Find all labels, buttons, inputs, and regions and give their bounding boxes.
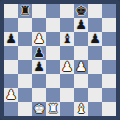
black-king[interactable]: ♚ [75,4,87,18]
square-b7[interactable] [18,18,32,32]
square-f2[interactable] [74,88,88,102]
square-b3[interactable] [18,74,32,88]
square-d6[interactable] [46,32,60,46]
square-h7[interactable] [102,18,116,32]
square-f1[interactable]: ♝ [74,102,88,116]
square-c2[interactable] [32,88,46,102]
square-b8[interactable]: ♜ [18,4,32,18]
square-d8[interactable] [46,4,60,18]
square-d7[interactable] [46,18,60,32]
white-pawn[interactable]: ♟ [33,32,45,46]
square-d3[interactable] [46,74,60,88]
square-d1[interactable]: ♜ [46,102,60,116]
board-frame: ♜♚♟♟♟♝♟♟♟♟♟♟♚♜♝ [0,0,120,120]
square-e7[interactable] [60,18,74,32]
square-c6[interactable]: ♟ [32,32,46,46]
white-bishop[interactable]: ♝ [75,102,87,116]
square-e3[interactable] [60,74,74,88]
square-a6[interactable]: ♟ [4,32,18,46]
black-pawn[interactable]: ♟ [89,32,101,46]
square-a7[interactable] [4,18,18,32]
square-f8[interactable]: ♚ [74,4,88,18]
white-king[interactable]: ♚ [33,102,45,116]
square-h3[interactable] [102,74,116,88]
square-g6[interactable]: ♟ [88,32,102,46]
square-h2[interactable] [102,88,116,102]
square-h8[interactable] [102,4,116,18]
square-a1[interactable] [4,102,18,116]
square-g8[interactable] [88,4,102,18]
square-c5[interactable]: ♟ [32,46,46,60]
white-rook[interactable]: ♜ [47,102,59,116]
square-a5[interactable] [4,46,18,60]
square-g5[interactable] [88,46,102,60]
square-b4[interactable] [18,60,32,74]
black-pawn[interactable]: ♟ [33,46,45,60]
square-e6[interactable]: ♝ [60,32,74,46]
square-b5[interactable] [18,46,32,60]
square-g2[interactable] [88,88,102,102]
square-a2[interactable]: ♟ [4,88,18,102]
square-h6[interactable] [102,32,116,46]
square-f4[interactable]: ♟ [74,60,88,74]
square-e8[interactable] [60,4,74,18]
square-f7[interactable]: ♟ [74,18,88,32]
chess-board: ♜♚♟♟♟♝♟♟♟♟♟♟♚♜♝ [4,4,116,116]
square-b2[interactable] [18,88,32,102]
square-c8[interactable] [32,4,46,18]
square-c7[interactable] [32,18,46,32]
square-a3[interactable] [4,74,18,88]
square-g1[interactable] [88,102,102,116]
square-f5[interactable] [74,46,88,60]
square-d4[interactable] [46,60,60,74]
square-d5[interactable] [46,46,60,60]
square-g4[interactable] [88,60,102,74]
square-f6[interactable] [74,32,88,46]
square-c1[interactable]: ♚ [32,102,46,116]
square-g7[interactable] [88,18,102,32]
square-f3[interactable] [74,74,88,88]
square-d2[interactable] [46,88,60,102]
square-b1[interactable] [18,102,32,116]
white-pawn[interactable]: ♟ [61,60,73,74]
square-h5[interactable] [102,46,116,60]
square-e4[interactable]: ♟ [60,60,74,74]
black-pawn[interactable]: ♟ [5,32,17,46]
black-pawn[interactable]: ♟ [75,18,87,32]
square-a4[interactable] [4,60,18,74]
square-c4[interactable]: ♟ [32,60,46,74]
white-pawn[interactable]: ♟ [75,60,87,74]
square-g3[interactable] [88,74,102,88]
square-e5[interactable] [60,46,74,60]
white-pawn[interactable]: ♟ [5,88,17,102]
square-e2[interactable] [60,88,74,102]
black-pawn[interactable]: ♟ [33,60,45,74]
square-e1[interactable] [60,102,74,116]
square-a8[interactable] [4,4,18,18]
square-c3[interactable] [32,74,46,88]
black-rook[interactable]: ♜ [19,4,31,18]
black-bishop[interactable]: ♝ [61,32,73,46]
square-h4[interactable] [102,60,116,74]
square-b6[interactable] [18,32,32,46]
square-h1[interactable] [102,102,116,116]
